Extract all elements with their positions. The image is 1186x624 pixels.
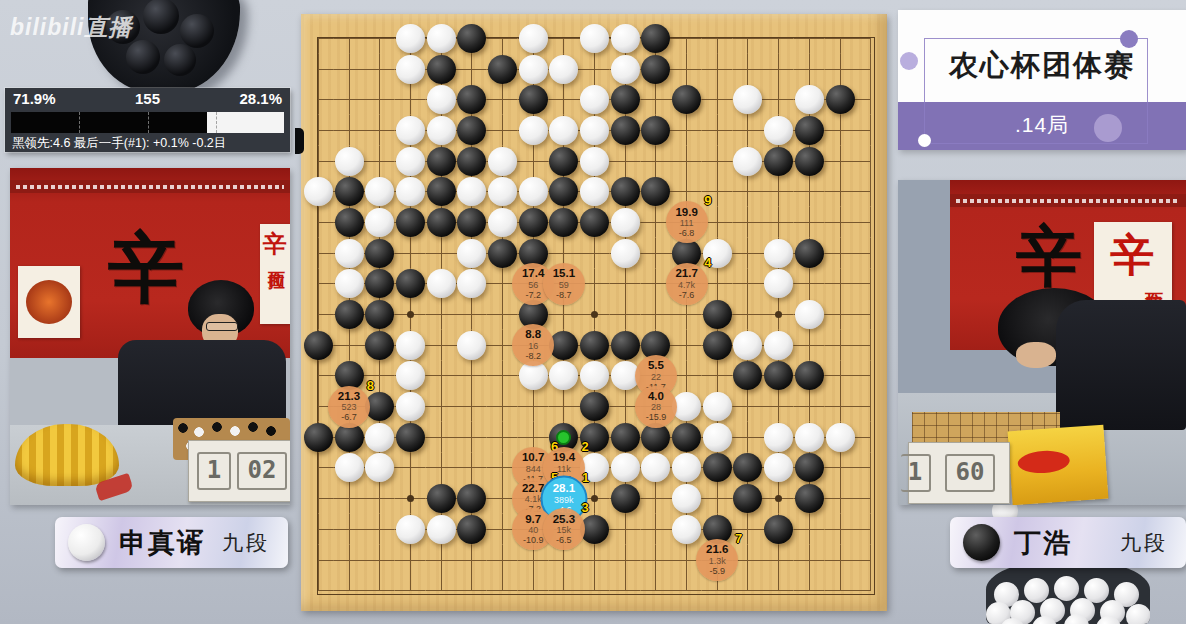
ai-move-suggestion: 21.61.3k-5.97 (696, 539, 738, 581)
white-stone (488, 208, 517, 237)
right-player-video-feed: 辛 辛 拉面 1 60 (898, 180, 1186, 505)
ai-move-suggestion: 21.74.7k-7.64 (666, 263, 708, 305)
board-point: 15.159-8.7 (549, 269, 580, 300)
white-stone (457, 239, 486, 268)
board-point (794, 238, 825, 269)
player-glasses (206, 322, 238, 331)
board-point (825, 54, 856, 85)
white-winrate: 28.1% (239, 90, 282, 107)
board-point (825, 238, 856, 269)
board-point (456, 238, 487, 269)
board-point (364, 453, 395, 484)
board-point (364, 575, 395, 606)
shin-red-char: 辛 (263, 228, 287, 260)
board-point (855, 453, 886, 484)
board-point (733, 176, 764, 207)
board-point (518, 575, 549, 606)
board-point (825, 207, 856, 238)
board-point (794, 299, 825, 330)
ai-move-suggestion: 25.315k-6.53 (543, 508, 585, 550)
board-point: 19.9111-6.89 (671, 207, 702, 238)
black-stone (611, 116, 640, 145)
board-point (579, 54, 610, 85)
board-point (334, 453, 365, 484)
star-point (591, 311, 598, 318)
last-move-marker (556, 430, 571, 445)
board-point (794, 330, 825, 361)
board-point (456, 575, 487, 606)
board-point (825, 514, 856, 545)
black-stone (549, 208, 578, 237)
black-stone (580, 331, 609, 360)
board-point (334, 575, 365, 606)
board-point (825, 23, 856, 54)
ramen-box (1008, 425, 1109, 505)
board-point (671, 453, 702, 484)
board-point (456, 545, 487, 576)
board-point (733, 299, 764, 330)
board-point (303, 299, 334, 330)
board-point (579, 84, 610, 115)
white-stone (335, 239, 364, 268)
white-stone (396, 515, 425, 544)
board-point (763, 514, 794, 545)
ai-move-suggestion: 15.159-8.7 (543, 263, 585, 305)
board-point (763, 176, 794, 207)
board-point (364, 207, 395, 238)
black-stone (457, 116, 486, 145)
board-point (456, 207, 487, 238)
board-point (395, 299, 426, 330)
board-point (426, 391, 457, 422)
board-edge-tab (295, 128, 304, 154)
board-point (334, 238, 365, 269)
white-stone (396, 177, 425, 206)
clock-digit-cell: 60 (945, 454, 995, 492)
board-point (825, 391, 856, 422)
black-stone (580, 392, 609, 421)
board-point (671, 483, 702, 514)
board-point (855, 361, 886, 392)
board-point (794, 361, 825, 392)
board-point (702, 54, 733, 85)
board-point (395, 238, 426, 269)
board-point (395, 330, 426, 361)
bar-tick (216, 112, 217, 133)
board-point (518, 84, 549, 115)
black-stone (795, 361, 824, 390)
board-point (395, 453, 426, 484)
white-stone (427, 24, 456, 53)
white-stone (335, 269, 364, 298)
board-point (825, 483, 856, 514)
black-stone (427, 147, 456, 176)
board-point (733, 207, 764, 238)
board-point (303, 176, 334, 207)
white-stone (764, 269, 793, 298)
board-point: 8.816-8.2 (518, 330, 549, 361)
black-stone (703, 331, 732, 360)
board-point (518, 115, 549, 146)
board-point (395, 391, 426, 422)
black-stone (733, 453, 762, 482)
black-stone (365, 269, 394, 298)
black-stone (427, 484, 456, 513)
board-point (855, 391, 886, 422)
board-point (671, 422, 702, 453)
board-point (763, 422, 794, 453)
board-point (610, 176, 641, 207)
white-stone (519, 24, 548, 53)
board-point (641, 84, 672, 115)
black-stone (488, 239, 517, 268)
board-point (733, 422, 764, 453)
board-point (487, 84, 518, 115)
ai-move-suggestion: 19.9111-6.89 (666, 201, 708, 243)
black-stone (580, 208, 609, 237)
board-point (549, 361, 580, 392)
board-point (487, 545, 518, 576)
board-point (395, 483, 426, 514)
board-point (733, 54, 764, 85)
black-stone (519, 85, 548, 114)
left-player-nameplate: 申真谞 九段 (55, 517, 288, 568)
board-point (579, 330, 610, 361)
board-point (733, 84, 764, 115)
board-point (610, 422, 641, 453)
board-point (855, 54, 886, 85)
banner-fine-print (16, 185, 284, 189)
board-point (855, 146, 886, 177)
black-stone (457, 484, 486, 513)
board-point (702, 23, 733, 54)
black-stone (457, 85, 486, 114)
board-point (303, 514, 334, 545)
black-stone (641, 55, 670, 84)
white-stone (580, 177, 609, 206)
black-stone (641, 116, 670, 145)
board-point (426, 146, 457, 177)
white-stone (611, 239, 640, 268)
black-stone (396, 208, 425, 237)
black-stone (457, 147, 486, 176)
board-point (610, 330, 641, 361)
board-point (426, 545, 457, 576)
black-stone (641, 24, 670, 53)
black-stone (764, 147, 793, 176)
black-stone (427, 55, 456, 84)
board-point (763, 23, 794, 54)
board-point (825, 176, 856, 207)
board-point (364, 514, 395, 545)
black-stone (672, 423, 701, 452)
white-stone (580, 85, 609, 114)
white-stones-bowl (986, 560, 1150, 624)
board-point (610, 23, 641, 54)
board-point (456, 361, 487, 392)
white-stone (304, 177, 333, 206)
board-point (641, 545, 672, 576)
ai-status-line: 黑领先:4.6 最后一手(#1): +0.1% -0.2目 (12, 135, 226, 152)
board-point (334, 115, 365, 146)
broadcast-stage: bilibili直播 71.9% 155 28.1% 黑领先:4.6 最后一手(… (0, 0, 1186, 624)
black-stone (795, 147, 824, 176)
board-point (825, 330, 856, 361)
board-point (579, 23, 610, 54)
board-point (641, 299, 672, 330)
board-point (641, 453, 672, 484)
white-stone (703, 423, 732, 452)
black-stone (396, 423, 425, 452)
board-point (794, 514, 825, 545)
board-point (794, 207, 825, 238)
board-point (364, 146, 395, 177)
board-point (364, 115, 395, 146)
board-point (395, 23, 426, 54)
board-point (549, 575, 580, 606)
board-point (671, 84, 702, 115)
black-stone (611, 423, 640, 452)
board-point (395, 269, 426, 300)
white-stone (488, 177, 517, 206)
black-stone (143, 0, 179, 34)
board-point (579, 207, 610, 238)
board-point (855, 483, 886, 514)
board-point (364, 84, 395, 115)
board-point (641, 238, 672, 269)
bar-tick (79, 112, 80, 133)
ramen-ad-photo (18, 266, 80, 338)
right-player-nameplate: 丁浩 九段 (950, 517, 1186, 568)
board-point (364, 483, 395, 514)
board-point (733, 269, 764, 300)
left-game-clock: 1 02 (188, 440, 290, 502)
white-stone (611, 453, 640, 482)
board-point (426, 115, 457, 146)
board-point (733, 453, 764, 484)
board-point (610, 514, 641, 545)
board-point (702, 330, 733, 361)
right-player-name: 丁浩 (1014, 525, 1072, 561)
board-point (334, 545, 365, 576)
board-point (549, 54, 580, 85)
black-stone (304, 331, 333, 360)
side-ad-strip: 辛 拉面 (260, 224, 290, 324)
board-point (733, 361, 764, 392)
board-point (702, 115, 733, 146)
board-point (518, 23, 549, 54)
black-stone (427, 177, 456, 206)
board-point: 21.61.3k-5.97 (702, 545, 733, 576)
board-point (487, 54, 518, 85)
white-stone (795, 423, 824, 452)
black-stone-icon (963, 524, 1000, 561)
event-title: 农心杯团体赛 (898, 46, 1186, 86)
board-point (855, 207, 886, 238)
board-point (364, 54, 395, 85)
black-stone (396, 269, 425, 298)
ai-winrate-panel: 71.9% 155 28.1% 黑领先:4.6 最后一手(#1): +0.1% … (5, 88, 290, 152)
board-point (855, 176, 886, 207)
board-point (487, 422, 518, 453)
board-point (456, 115, 487, 146)
board-point (610, 545, 641, 576)
board-point (825, 269, 856, 300)
board-point (702, 361, 733, 392)
board-point (855, 545, 886, 576)
board-point (610, 299, 641, 330)
white-stone (365, 177, 394, 206)
go-board: 19.9111-6.8917.456-7.215.159-8.721.74.7k… (301, 14, 887, 611)
board-point (456, 84, 487, 115)
board-point (334, 23, 365, 54)
board-point (610, 207, 641, 238)
white-stone (457, 269, 486, 298)
suggestion-rank: 1 (582, 470, 589, 483)
board-point (303, 269, 334, 300)
board-point (426, 269, 457, 300)
black-stone (795, 239, 824, 268)
board-point (610, 483, 641, 514)
board-point (549, 23, 580, 54)
black-stone (335, 208, 364, 237)
board-point: 4.028-15.9 (641, 391, 672, 422)
board-point (641, 176, 672, 207)
board-point (702, 483, 733, 514)
board-point (456, 514, 487, 545)
white-stone (733, 147, 762, 176)
board-point (334, 207, 365, 238)
board-point (549, 115, 580, 146)
board-point (825, 422, 856, 453)
board-point (334, 54, 365, 85)
board-point (303, 483, 334, 514)
board-point (334, 146, 365, 177)
board-point (610, 575, 641, 606)
board-point (855, 299, 886, 330)
board-point (487, 207, 518, 238)
board-point (456, 391, 487, 422)
board-point (671, 146, 702, 177)
star-point (775, 495, 782, 502)
board-point (855, 422, 886, 453)
board-point (763, 238, 794, 269)
board-point (763, 483, 794, 514)
board-point (733, 391, 764, 422)
board-point (579, 146, 610, 177)
board-point (303, 545, 334, 576)
board-point (610, 238, 641, 269)
black-stone (549, 177, 578, 206)
board-point (671, 514, 702, 545)
board-point (364, 545, 395, 576)
board-point (334, 514, 365, 545)
star-point (775, 311, 782, 318)
star-point (407, 495, 414, 502)
board-point (364, 330, 395, 361)
board-point (763, 453, 794, 484)
board-point (364, 23, 395, 54)
board-point (763, 391, 794, 422)
board-point (763, 84, 794, 115)
player-suit (1056, 300, 1186, 430)
board-point (334, 299, 365, 330)
black-stone (180, 14, 214, 48)
board-point (825, 575, 856, 606)
white-stone (488, 147, 517, 176)
board-point (456, 483, 487, 514)
board-point (303, 84, 334, 115)
white-stone (427, 116, 456, 145)
winrate-bar (11, 112, 284, 133)
board-point (794, 422, 825, 453)
white-stone (764, 239, 793, 268)
board-point (487, 299, 518, 330)
black-stone (611, 331, 640, 360)
deco-dot (1094, 114, 1122, 142)
board-point (671, 575, 702, 606)
suggestion-rank: 4 (704, 256, 711, 269)
board-point (825, 453, 856, 484)
board-point (549, 207, 580, 238)
board-point (610, 54, 641, 85)
board-point (763, 299, 794, 330)
board-point (702, 84, 733, 115)
board-point (641, 115, 672, 146)
board-point (702, 391, 733, 422)
board-point (364, 238, 395, 269)
board-point (549, 176, 580, 207)
board-point (763, 269, 794, 300)
black-stone (457, 208, 486, 237)
board-point (733, 238, 764, 269)
board-point (487, 176, 518, 207)
clock-digit-cell: 1 (901, 454, 931, 492)
board-point (426, 483, 457, 514)
right-player-rank: 九段 (1120, 529, 1168, 557)
board-point (518, 207, 549, 238)
black-stone (795, 453, 824, 482)
white-stone (611, 55, 640, 84)
white-stone (703, 392, 732, 421)
board-point (456, 269, 487, 300)
board-point (855, 23, 886, 54)
white-stone (549, 116, 578, 145)
board-point (549, 391, 580, 422)
board-point (825, 361, 856, 392)
white-stone (764, 453, 793, 482)
winrate-row: 71.9% 155 28.1% (5, 90, 290, 110)
sponsor-banner (10, 180, 290, 193)
black-stone (457, 24, 486, 53)
board-point (855, 575, 886, 606)
board-point (702, 299, 733, 330)
board-point (303, 54, 334, 85)
board-point (641, 146, 672, 177)
black-stone (488, 55, 517, 84)
board-point (763, 545, 794, 576)
board-point (825, 146, 856, 177)
board-point (641, 54, 672, 85)
board-point (855, 514, 886, 545)
board-point (395, 84, 426, 115)
board-point (426, 575, 457, 606)
black-stone (703, 453, 732, 482)
board-point (487, 391, 518, 422)
board-point (702, 146, 733, 177)
board-point (395, 207, 426, 238)
board-point (395, 176, 426, 207)
